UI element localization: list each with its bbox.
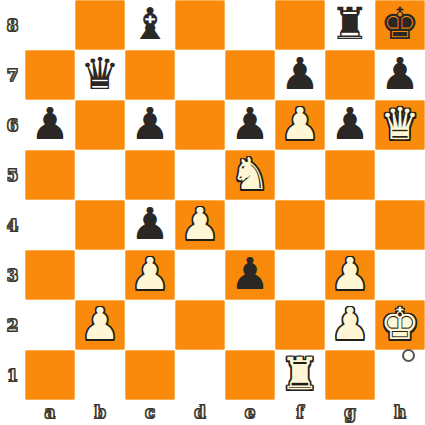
square-g8[interactable]: ♜: [325, 0, 375, 50]
file-label-b: b: [75, 403, 125, 422]
rank-label-2: 2: [7, 300, 18, 350]
piece-white-knight: ♞: [230, 149, 269, 199]
square-a1[interactable]: [25, 350, 75, 400]
square-b7[interactable]: ♛: [75, 50, 125, 100]
piece-black-bishop: ♝: [130, 0, 169, 49]
square-e8[interactable]: [225, 0, 275, 50]
square-b3[interactable]: [75, 250, 125, 300]
rank-label-4: 4: [7, 200, 18, 250]
square-b6[interactable]: [75, 100, 125, 150]
square-e4[interactable]: [225, 200, 275, 250]
file-label-g: g: [325, 403, 375, 422]
piece-black-pawn: ♟: [130, 99, 169, 149]
square-h3[interactable]: [375, 250, 425, 300]
piece-white-pawn: ♟: [180, 199, 219, 249]
file-label-e: e: [225, 403, 275, 422]
rank-label-5: 5: [7, 150, 18, 200]
square-g6[interactable]: ♟: [325, 100, 375, 150]
piece-white-queen: ♛: [380, 99, 419, 149]
square-a5[interactable]: [25, 150, 75, 200]
square-g4[interactable]: [325, 200, 375, 250]
square-a8[interactable]: [25, 0, 75, 50]
piece-white-pawn: ♟: [330, 299, 369, 349]
rank-label-1: 1: [7, 350, 18, 400]
chess-diagram: 87654321 ♝♜♚♛♟♟♟♟♟♟♟♛♞♟♟♟♟♟♟♟♚♜ abcdefgh: [0, 0, 425, 425]
piece-black-pawn: ♟: [30, 99, 69, 149]
piece-black-rook: ♜: [330, 0, 369, 49]
square-d8[interactable]: [175, 0, 225, 50]
square-c3[interactable]: ♟: [125, 250, 175, 300]
file-label-a: a: [25, 403, 75, 422]
square-a4[interactable]: [25, 200, 75, 250]
square-d6[interactable]: [175, 100, 225, 150]
square-f8[interactable]: [275, 0, 325, 50]
square-c2[interactable]: [125, 300, 175, 350]
piece-white-pawn: ♟: [330, 249, 369, 299]
square-e2[interactable]: [225, 300, 275, 350]
piece-black-pawn: ♟: [280, 49, 319, 99]
square-d1[interactable]: [175, 350, 225, 400]
square-c7[interactable]: [125, 50, 175, 100]
square-d5[interactable]: [175, 150, 225, 200]
square-a2[interactable]: [25, 300, 75, 350]
square-f7[interactable]: ♟: [275, 50, 325, 100]
square-c1[interactable]: [125, 350, 175, 400]
piece-white-pawn: ♟: [130, 249, 169, 299]
square-c4[interactable]: ♟: [125, 200, 175, 250]
piece-black-pawn: ♟: [130, 199, 169, 249]
rank-label-6: 6: [7, 100, 18, 150]
rank-label-7: 7: [7, 50, 18, 100]
chess-board[interactable]: ♝♜♚♛♟♟♟♟♟♟♟♛♞♟♟♟♟♟♟♟♚♜: [25, 0, 425, 400]
square-e6[interactable]: ♟: [225, 100, 275, 150]
file-label-f: f: [275, 403, 325, 422]
square-b1[interactable]: [75, 350, 125, 400]
file-label-c: c: [125, 403, 175, 422]
piece-black-pawn: ♟: [380, 49, 419, 99]
square-g2[interactable]: ♟: [325, 300, 375, 350]
piece-white-pawn: ♟: [280, 99, 319, 149]
square-h8[interactable]: ♚: [375, 0, 425, 50]
square-c6[interactable]: ♟: [125, 100, 175, 150]
square-h6[interactable]: ♛: [375, 100, 425, 150]
square-c8[interactable]: ♝: [125, 0, 175, 50]
piece-black-pawn: ♟: [230, 249, 269, 299]
square-d2[interactable]: [175, 300, 225, 350]
square-e1[interactable]: [225, 350, 275, 400]
piece-white-pawn: ♟: [80, 299, 119, 349]
rank-label-3: 3: [7, 250, 18, 300]
square-g1[interactable]: [325, 350, 375, 400]
piece-black-pawn: ♟: [230, 99, 269, 149]
square-e5[interactable]: ♞: [225, 150, 275, 200]
square-b5[interactable]: [75, 150, 125, 200]
square-c5[interactable]: [125, 150, 175, 200]
square-h1[interactable]: [375, 350, 425, 400]
piece-black-queen: ♛: [80, 49, 119, 99]
square-h2[interactable]: ♚: [375, 300, 425, 350]
square-f2[interactable]: [275, 300, 325, 350]
square-h7[interactable]: ♟: [375, 50, 425, 100]
square-h5[interactable]: [375, 150, 425, 200]
square-e3[interactable]: ♟: [225, 250, 275, 300]
square-f1[interactable]: ♜: [275, 350, 325, 400]
file-label-d: d: [175, 403, 225, 422]
square-f6[interactable]: ♟: [275, 100, 325, 150]
square-f3[interactable]: [275, 250, 325, 300]
square-e7[interactable]: [225, 50, 275, 100]
white-to-move-indicator: [402, 349, 415, 362]
piece-white-king: ♚: [380, 299, 419, 349]
square-a3[interactable]: [25, 250, 75, 300]
file-label-h: h: [375, 403, 425, 422]
square-d3[interactable]: [175, 250, 225, 300]
square-b4[interactable]: [75, 200, 125, 250]
square-g5[interactable]: [325, 150, 375, 200]
piece-white-rook: ♜: [280, 349, 319, 399]
square-f5[interactable]: [275, 150, 325, 200]
rank-label-8: 8: [7, 0, 18, 50]
file-labels: abcdefgh: [25, 400, 425, 425]
square-h4[interactable]: [375, 200, 425, 250]
square-g7[interactable]: [325, 50, 375, 100]
square-d4[interactable]: ♟: [175, 200, 225, 250]
square-g3[interactable]: ♟: [325, 250, 375, 300]
square-b8[interactable]: [75, 0, 125, 50]
piece-black-pawn: ♟: [330, 99, 369, 149]
square-a7[interactable]: [25, 50, 75, 100]
square-b2[interactable]: ♟: [75, 300, 125, 350]
rank-labels: 87654321: [0, 0, 25, 400]
piece-black-king: ♚: [380, 0, 419, 49]
square-f4[interactable]: [275, 200, 325, 250]
square-d7[interactable]: [175, 50, 225, 100]
square-a6[interactable]: ♟: [25, 100, 75, 150]
